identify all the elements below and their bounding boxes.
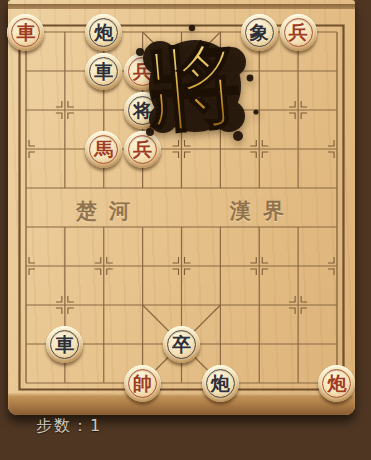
piece-glyph: 兵: [289, 23, 308, 42]
board-point[interactable]: 車: [84, 52, 123, 91]
board-point[interactable]: [123, 286, 162, 325]
board-point[interactable]: [7, 325, 46, 364]
board-point[interactable]: [45, 169, 84, 208]
board-point[interactable]: [84, 364, 123, 403]
board-point[interactable]: [279, 325, 318, 364]
board-point[interactable]: 兵: [279, 13, 318, 52]
board-point[interactable]: [7, 52, 46, 91]
piece-glyph: 車: [16, 23, 35, 42]
board-point[interactable]: [45, 286, 84, 325]
piece-glyph: 炮: [94, 23, 113, 42]
board-point[interactable]: [84, 208, 123, 247]
game-screen: 楚河 漢界 車炮象兵車兵将馬兵車卒帥炮炮: [0, 0, 371, 460]
move-counter-value: 1: [90, 416, 102, 435]
board-point[interactable]: [318, 52, 357, 91]
board-point[interactable]: [240, 208, 279, 247]
piece-red-horse[interactable]: 馬: [85, 131, 122, 168]
board-point[interactable]: [45, 91, 84, 130]
status-bar: 步数：1: [36, 416, 102, 437]
board-point[interactable]: 車: [7, 13, 46, 52]
board-point[interactable]: [162, 364, 201, 403]
board-point[interactable]: [84, 325, 123, 364]
board-point[interactable]: [45, 13, 84, 52]
board-point[interactable]: [201, 325, 240, 364]
board-point[interactable]: [279, 286, 318, 325]
board-point[interactable]: [7, 91, 46, 130]
board-point[interactable]: [318, 247, 357, 286]
board-point[interactable]: [84, 91, 123, 130]
piece-black-chariot[interactable]: 車: [85, 53, 122, 90]
move-counter-label: 步数：: [36, 416, 90, 435]
board-point[interactable]: [162, 247, 201, 286]
board-point[interactable]: [7, 247, 46, 286]
piece-glyph: 炮: [327, 374, 346, 393]
board-point[interactable]: 車: [45, 325, 84, 364]
board-point[interactable]: [240, 286, 279, 325]
board-point[interactable]: [201, 208, 240, 247]
board-point[interactable]: 馬: [84, 130, 123, 169]
board-point[interactable]: [84, 169, 123, 208]
board-point[interactable]: [279, 247, 318, 286]
board-point[interactable]: [162, 286, 201, 325]
piece-black-cannon[interactable]: 炮: [85, 14, 122, 51]
board-point[interactable]: [7, 208, 46, 247]
board-point[interactable]: [318, 91, 357, 130]
board-point[interactable]: 炮: [318, 364, 357, 403]
board-point[interactable]: [123, 247, 162, 286]
board-point[interactable]: [45, 52, 84, 91]
piece-glyph: 炮: [211, 374, 230, 393]
board-point[interactable]: [279, 52, 318, 91]
piece-glyph: 帥: [133, 374, 152, 393]
board-point[interactable]: 炮: [201, 364, 240, 403]
board-point[interactable]: [279, 364, 318, 403]
board-point[interactable]: [240, 247, 279, 286]
board-point[interactable]: [201, 286, 240, 325]
check-stamp-text: 將: [142, 28, 244, 144]
board-point[interactable]: [45, 364, 84, 403]
board-point[interactable]: [84, 247, 123, 286]
board-point[interactable]: [279, 130, 318, 169]
board-point[interactable]: [45, 208, 84, 247]
piece-glyph: 車: [94, 62, 113, 81]
board-point[interactable]: [318, 325, 357, 364]
piece-red-chariot[interactable]: 車: [7, 14, 44, 51]
board-point[interactable]: 炮: [84, 13, 123, 52]
board-point[interactable]: [318, 13, 357, 52]
board-point[interactable]: [279, 91, 318, 130]
board-point[interactable]: [201, 247, 240, 286]
piece-black-soldier[interactable]: 卒: [163, 326, 200, 363]
board-point[interactable]: [7, 364, 46, 403]
board-point[interactable]: [318, 169, 357, 208]
piece-glyph: 馬: [94, 140, 113, 159]
board-point[interactable]: [84, 286, 123, 325]
board-point[interactable]: [7, 130, 46, 169]
board-point[interactable]: [123, 208, 162, 247]
board-point[interactable]: [318, 130, 357, 169]
board-point[interactable]: [7, 286, 46, 325]
board-point[interactable]: [162, 169, 201, 208]
board-point[interactable]: [240, 364, 279, 403]
board-point[interactable]: [318, 208, 357, 247]
board-point[interactable]: [318, 286, 357, 325]
piece-red-general[interactable]: 帥: [124, 365, 161, 402]
board-point[interactable]: [279, 208, 318, 247]
piece-red-soldier[interactable]: 兵: [280, 14, 317, 51]
board-point[interactable]: [123, 325, 162, 364]
check-stamp: 將: [130, 24, 260, 150]
piece-black-cannon[interactable]: 炮: [202, 365, 239, 402]
board-point[interactable]: 卒: [162, 325, 201, 364]
board-point[interactable]: [279, 169, 318, 208]
board-point[interactable]: [162, 208, 201, 247]
board-point[interactable]: 帥: [123, 364, 162, 403]
board-point[interactable]: [240, 169, 279, 208]
board-point[interactable]: [7, 169, 46, 208]
board-point[interactable]: [201, 169, 240, 208]
piece-black-chariot[interactable]: 車: [46, 326, 83, 363]
piece-red-cannon[interactable]: 炮: [318, 365, 355, 402]
board-point[interactable]: [123, 169, 162, 208]
piece-glyph: 卒: [172, 335, 191, 354]
piece-glyph: 車: [55, 335, 74, 354]
board-point[interactable]: [45, 130, 84, 169]
board-point[interactable]: [240, 325, 279, 364]
board-point[interactable]: [45, 247, 84, 286]
